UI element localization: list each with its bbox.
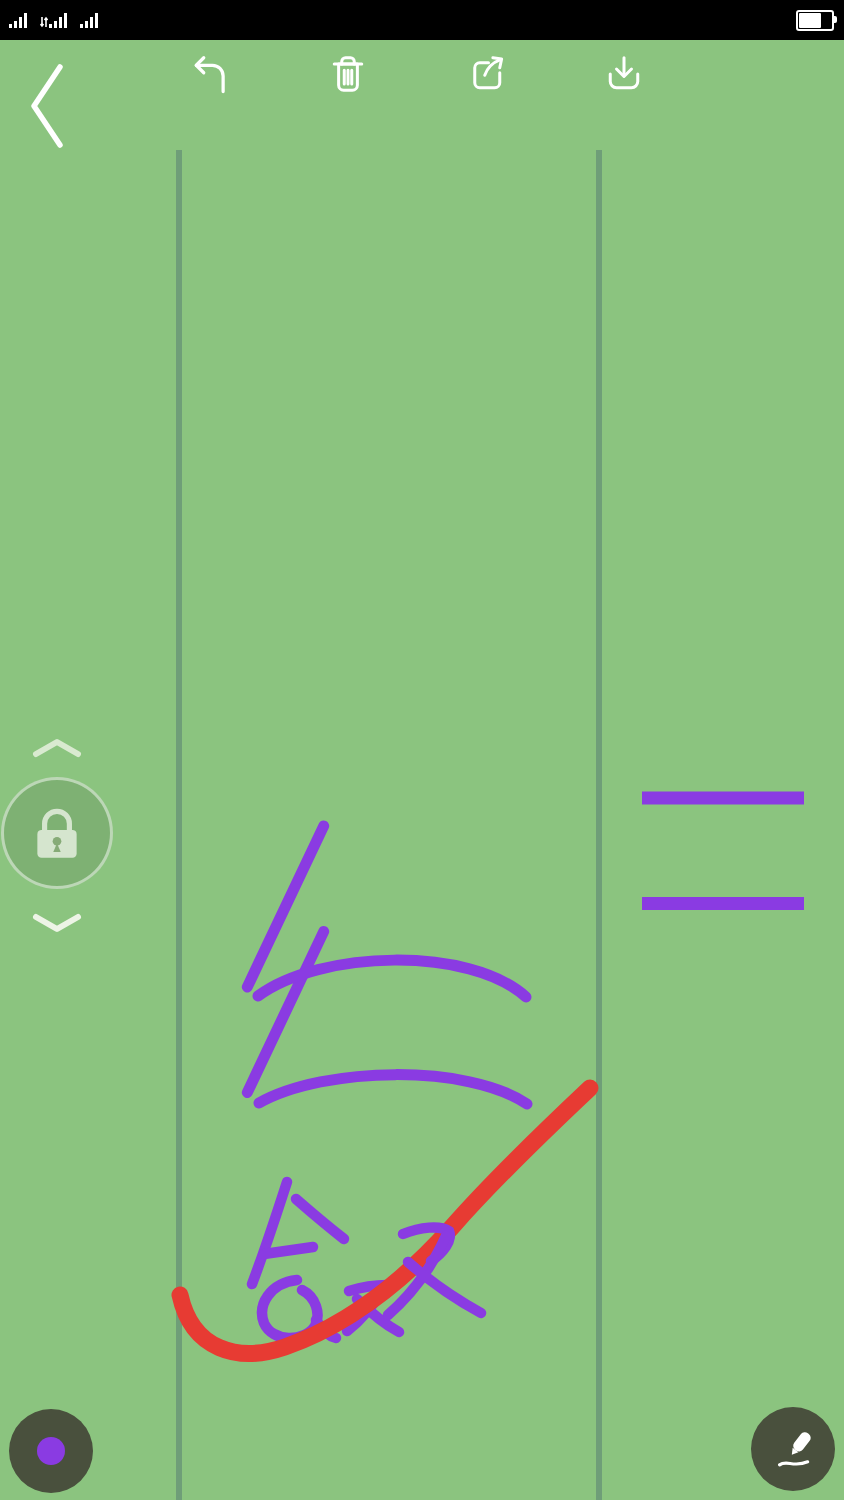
back-button[interactable] — [30, 64, 64, 148]
signal-icon-2g — [8, 12, 28, 28]
signal-icon-4g-arrows — [39, 12, 68, 28]
draw-pen-button[interactable] — [751, 1407, 835, 1491]
share-icon — [465, 54, 507, 94]
battery-indicator — [789, 0, 834, 40]
annotation-marks-layer — [0, 0, 844, 1500]
thick-vertical-border-right — [596, 107, 602, 1500]
clear-button[interactable] — [288, 54, 408, 98]
handwriting-he — [252, 1182, 399, 1338]
chevron-up-icon[interactable] — [32, 738, 82, 758]
freehand-drawing-layer — [0, 0, 844, 1500]
save-icon — [603, 54, 645, 94]
undo-button[interactable] — [150, 54, 270, 98]
pen-color-button[interactable] — [9, 1409, 93, 1493]
undo-icon — [189, 54, 231, 94]
share-button[interactable] — [426, 54, 546, 98]
signal-icon-4g — [79, 12, 99, 28]
pen-icon — [771, 1427, 815, 1471]
red-swoosh-stroke — [180, 1088, 590, 1353]
lottery-trend-annotation-app: { "game": "lottery-trend-chart (3D/排列三 d… — [0, 0, 844, 1500]
lock-button[interactable] — [1, 777, 113, 889]
battery-icon — [796, 10, 834, 31]
thick-vertical-border-left — [176, 107, 182, 1500]
status-bar — [0, 0, 844, 40]
chevron-down-icon[interactable] — [32, 913, 82, 933]
lock-icon — [26, 802, 88, 864]
trash-icon — [327, 54, 369, 94]
extras-connector-lines — [0, 0, 844, 1500]
purple-link-lines — [247, 826, 527, 1104]
toolbar — [0, 40, 844, 150]
handwriting-shuang — [388, 1227, 481, 1315]
current-color-swatch — [37, 1437, 65, 1465]
save-button[interactable] — [564, 54, 684, 98]
